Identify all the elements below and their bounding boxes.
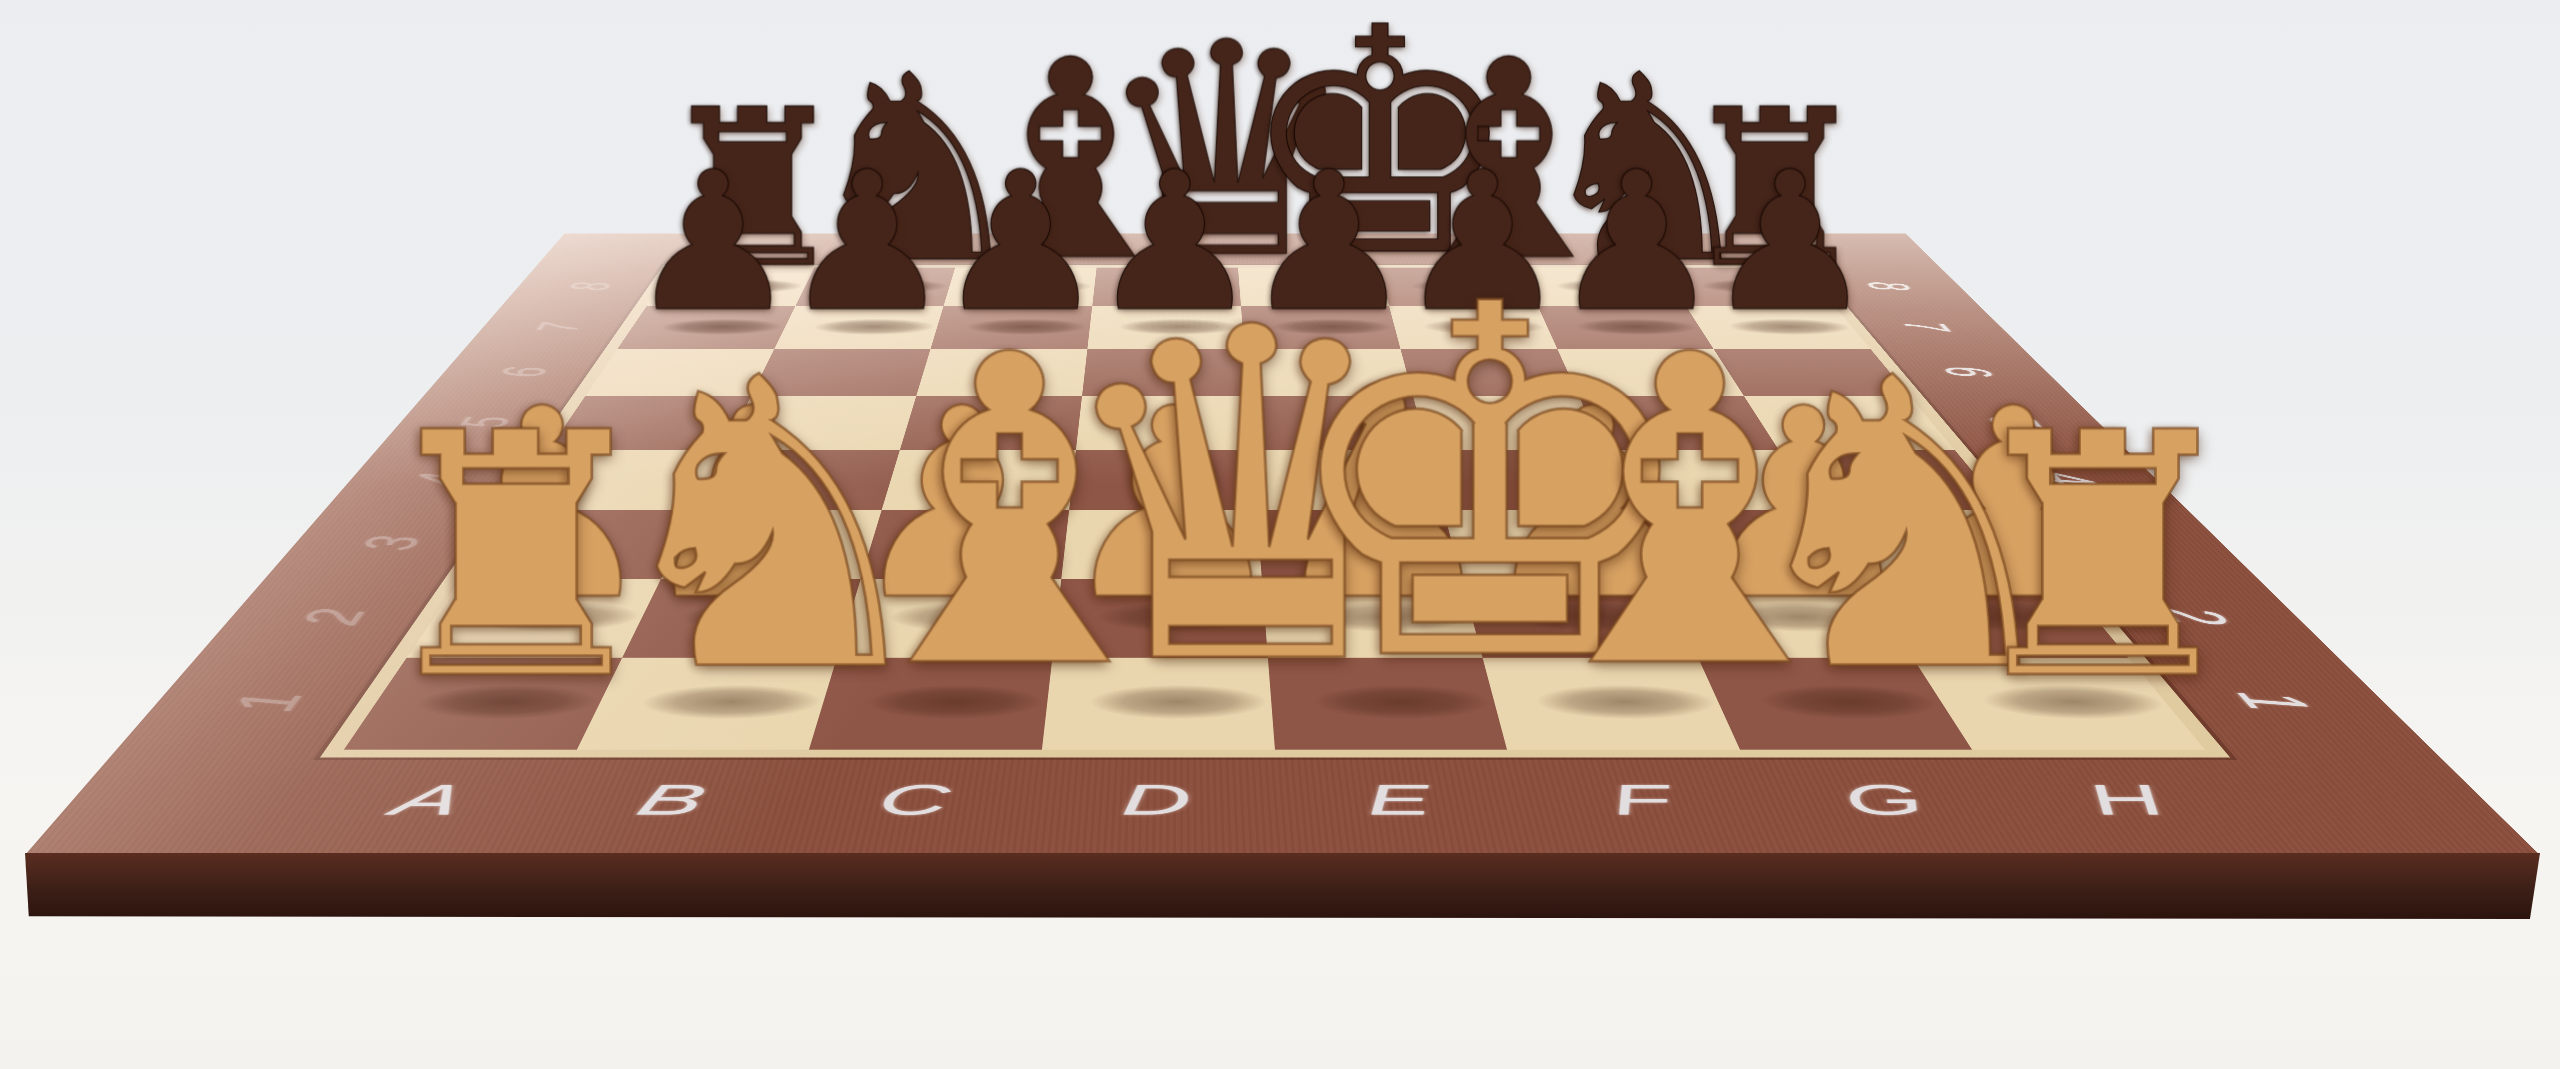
square-d6[interactable] bbox=[1082, 349, 1248, 397]
board-side-edge bbox=[25, 853, 2540, 919]
square-c5[interactable] bbox=[900, 396, 1082, 449]
square-f2[interactable] bbox=[1462, 579, 1698, 658]
square-e7[interactable] bbox=[1241, 306, 1401, 349]
square-g8[interactable] bbox=[1520, 268, 1686, 306]
square-f5[interactable] bbox=[1413, 396, 1603, 449]
file-label-h: H bbox=[1988, 774, 2268, 825]
square-d1[interactable] bbox=[1042, 658, 1275, 750]
square-g7[interactable] bbox=[1538, 306, 1714, 349]
square-b2[interactable] bbox=[622, 579, 861, 658]
file-label-g: G bbox=[1751, 774, 2021, 825]
square-c6[interactable] bbox=[916, 349, 1087, 397]
square-e3[interactable] bbox=[1256, 510, 1461, 579]
file-label-a: A bbox=[292, 774, 564, 825]
square-d2[interactable] bbox=[1052, 579, 1267, 658]
square-c1[interactable] bbox=[809, 658, 1052, 750]
square-c3[interactable] bbox=[861, 510, 1069, 579]
square-d4[interactable] bbox=[1069, 450, 1256, 510]
square-g6[interactable] bbox=[1557, 349, 1744, 397]
file-label-b: B bbox=[539, 774, 802, 825]
square-f7[interactable] bbox=[1389, 306, 1557, 349]
square-b3[interactable] bbox=[661, 510, 882, 579]
square-a7[interactable] bbox=[618, 306, 796, 349]
square-f3[interactable] bbox=[1443, 510, 1661, 579]
file-label-e: E bbox=[1276, 774, 1527, 825]
photo-background: { "game": "chess", "scene_title": "Woode… bbox=[0, 0, 2560, 1069]
rank-label-left-6: 6 bbox=[476, 361, 570, 384]
square-e8[interactable] bbox=[1238, 268, 1389, 306]
square-e1[interactable] bbox=[1267, 658, 1507, 750]
square-b6[interactable] bbox=[751, 349, 931, 397]
chess-board: ABCDEFGH1234567812345678 ♜♞♝♛♚♝♞♜♟♟♟♟♟♟♟… bbox=[25, 233, 2540, 855]
square-a6[interactable] bbox=[585, 349, 774, 397]
square-f6[interactable] bbox=[1400, 349, 1578, 397]
square-d3[interactable] bbox=[1061, 510, 1261, 579]
square-e4[interactable] bbox=[1252, 450, 1444, 510]
square-d8[interactable] bbox=[1092, 268, 1240, 306]
square-e2[interactable] bbox=[1261, 579, 1482, 658]
square-c2[interactable] bbox=[837, 579, 1061, 658]
square-c7[interactable] bbox=[931, 306, 1092, 349]
square-e5[interactable] bbox=[1248, 396, 1428, 449]
rank-label-left-7: 7 bbox=[514, 317, 602, 337]
file-label-f: F bbox=[1514, 774, 1775, 825]
square-e6[interactable] bbox=[1244, 349, 1413, 397]
square-d5[interactable] bbox=[1076, 396, 1252, 449]
square-f1[interactable] bbox=[1483, 658, 1740, 750]
file-label-c: C bbox=[786, 774, 1039, 825]
square-b7[interactable] bbox=[774, 306, 944, 349]
rank-label-left-8: 8 bbox=[548, 277, 631, 295]
square-b1[interactable] bbox=[577, 658, 837, 750]
square-d7[interactable] bbox=[1087, 306, 1244, 349]
square-a5[interactable] bbox=[549, 396, 751, 449]
square-c8[interactable] bbox=[944, 268, 1097, 306]
square-f8[interactable] bbox=[1379, 268, 1538, 306]
square-c4[interactable] bbox=[882, 450, 1076, 510]
square-a8[interactable] bbox=[647, 268, 814, 306]
square-b4[interactable] bbox=[695, 450, 900, 510]
square-f4[interactable] bbox=[1427, 450, 1630, 510]
file-label-d: D bbox=[1033, 774, 1280, 825]
square-b5[interactable] bbox=[724, 396, 916, 449]
square-b8[interactable] bbox=[795, 268, 955, 306]
